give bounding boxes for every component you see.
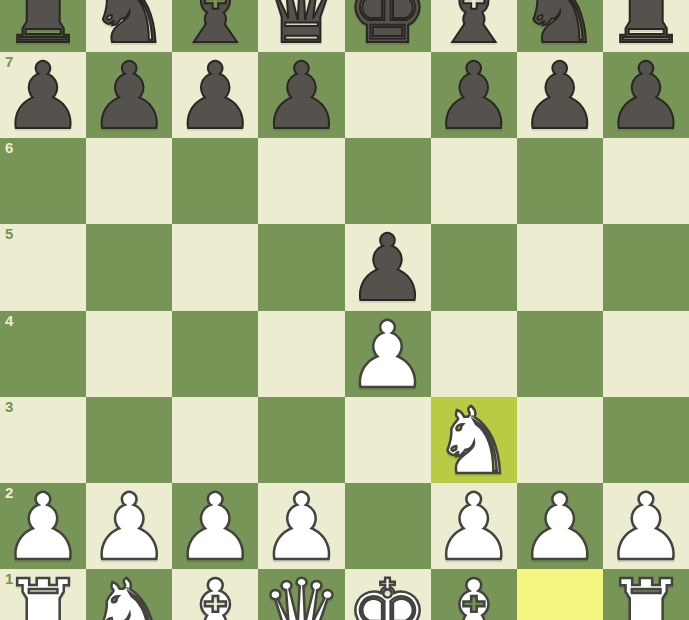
square-f3[interactable]: ♞ bbox=[431, 397, 517, 483]
square-g1[interactable] bbox=[517, 569, 603, 620]
square-c5[interactable] bbox=[172, 224, 258, 310]
square-b1[interactable]: ♞ bbox=[86, 569, 172, 620]
rank-label-3: 3 bbox=[5, 399, 13, 414]
piece-black-pawn-c7[interactable]: ♟ bbox=[174, 54, 256, 140]
square-b3[interactable] bbox=[86, 397, 172, 483]
square-g4[interactable] bbox=[517, 311, 603, 397]
square-d3[interactable] bbox=[258, 397, 344, 483]
square-c1[interactable]: ♝ bbox=[172, 569, 258, 620]
square-d5[interactable] bbox=[258, 224, 344, 310]
square-h3[interactable] bbox=[603, 397, 689, 483]
piece-black-pawn-b7[interactable]: ♟ bbox=[88, 54, 170, 140]
square-d1[interactable]: ♛ bbox=[258, 569, 344, 620]
rank-label-6: 6 bbox=[5, 140, 13, 155]
square-d4[interactable] bbox=[258, 311, 344, 397]
square-h5[interactable] bbox=[603, 224, 689, 310]
square-e8[interactable]: ♚ bbox=[345, 0, 431, 52]
square-b7[interactable]: ♟ bbox=[86, 52, 172, 138]
square-b6[interactable] bbox=[86, 138, 172, 224]
piece-black-pawn-h7[interactable]: ♟ bbox=[605, 54, 687, 140]
piece-white-king-e1[interactable]: ♚ bbox=[346, 571, 428, 620]
square-e1[interactable]: ♚ bbox=[345, 569, 431, 620]
piece-black-pawn-a7[interactable]: ♟ bbox=[2, 54, 84, 140]
square-f1[interactable]: ♝ bbox=[431, 569, 517, 620]
square-d7[interactable]: ♟ bbox=[258, 52, 344, 138]
square-e7[interactable] bbox=[345, 52, 431, 138]
piece-white-pawn-g2[interactable]: ♟ bbox=[519, 485, 601, 571]
piece-white-pawn-e4[interactable]: ♟ bbox=[346, 313, 428, 399]
piece-white-queen-d1[interactable]: ♛ bbox=[260, 571, 342, 620]
square-e6[interactable] bbox=[345, 138, 431, 224]
piece-white-pawn-d2[interactable]: ♟ bbox=[260, 485, 342, 571]
square-c4[interactable] bbox=[172, 311, 258, 397]
square-c2[interactable]: ♟ bbox=[172, 483, 258, 569]
square-c6[interactable] bbox=[172, 138, 258, 224]
rank-label-5: 5 bbox=[5, 226, 13, 241]
piece-white-knight-f3[interactable]: ♞ bbox=[432, 399, 514, 485]
chess-board-viewport: 8♜♞♝♛♚♝♞♜7♟♟♟♟♟♟♟65♟4♟3♞2♟♟♟♟♟♟♟1♜♞♝♛♚♝♜ bbox=[0, 0, 689, 620]
square-h4[interactable] bbox=[603, 311, 689, 397]
square-c3[interactable] bbox=[172, 397, 258, 483]
square-b5[interactable] bbox=[86, 224, 172, 310]
square-b4[interactable] bbox=[86, 311, 172, 397]
square-f2[interactable]: ♟ bbox=[431, 483, 517, 569]
square-b2[interactable]: ♟ bbox=[86, 483, 172, 569]
square-a3[interactable]: 3 bbox=[0, 397, 86, 483]
piece-black-pawn-g7[interactable]: ♟ bbox=[519, 54, 601, 140]
square-e3[interactable] bbox=[345, 397, 431, 483]
piece-black-pawn-d7[interactable]: ♟ bbox=[260, 54, 342, 140]
square-e5[interactable]: ♟ bbox=[345, 224, 431, 310]
piece-white-pawn-b2[interactable]: ♟ bbox=[88, 485, 170, 571]
square-g3[interactable] bbox=[517, 397, 603, 483]
piece-white-knight-b1[interactable]: ♞ bbox=[88, 571, 170, 620]
square-g2[interactable]: ♟ bbox=[517, 483, 603, 569]
square-h6[interactable] bbox=[603, 138, 689, 224]
piece-white-pawn-c2[interactable]: ♟ bbox=[174, 485, 256, 571]
piece-black-pawn-e5[interactable]: ♟ bbox=[346, 226, 428, 312]
piece-black-pawn-f7[interactable]: ♟ bbox=[432, 54, 514, 140]
square-e4[interactable]: ♟ bbox=[345, 311, 431, 397]
square-e2[interactable] bbox=[345, 483, 431, 569]
rank-label-4: 4 bbox=[5, 313, 13, 328]
square-a6[interactable]: 6 bbox=[0, 138, 86, 224]
square-h2[interactable]: ♟ bbox=[603, 483, 689, 569]
square-a1[interactable]: 1♜ bbox=[0, 569, 86, 620]
piece-white-bishop-c1[interactable]: ♝ bbox=[174, 571, 256, 620]
piece-white-rook-h1[interactable]: ♜ bbox=[605, 571, 687, 620]
square-g6[interactable] bbox=[517, 138, 603, 224]
chess-board: 8♜♞♝♛♚♝♞♜7♟♟♟♟♟♟♟65♟4♟3♞2♟♟♟♟♟♟♟1♜♞♝♛♚♝♜ bbox=[0, 0, 689, 620]
square-d2[interactable]: ♟ bbox=[258, 483, 344, 569]
square-f6[interactable] bbox=[431, 138, 517, 224]
square-a4[interactable]: 4 bbox=[0, 311, 86, 397]
square-c7[interactable]: ♟ bbox=[172, 52, 258, 138]
square-a7[interactable]: 7♟ bbox=[0, 52, 86, 138]
piece-white-pawn-f2[interactable]: ♟ bbox=[432, 485, 514, 571]
square-d6[interactable] bbox=[258, 138, 344, 224]
square-a5[interactable]: 5 bbox=[0, 224, 86, 310]
piece-white-pawn-h2[interactable]: ♟ bbox=[605, 485, 687, 571]
piece-white-pawn-a2[interactable]: ♟ bbox=[2, 485, 84, 571]
piece-white-bishop-f1[interactable]: ♝ bbox=[432, 571, 514, 620]
square-h7[interactable]: ♟ bbox=[603, 52, 689, 138]
square-a2[interactable]: 2♟ bbox=[0, 483, 86, 569]
piece-black-king-e8[interactable]: ♚ bbox=[346, 0, 428, 54]
piece-white-rook-a1[interactable]: ♜ bbox=[2, 571, 84, 620]
square-h1[interactable]: ♜ bbox=[603, 569, 689, 620]
square-g7[interactable]: ♟ bbox=[517, 52, 603, 138]
square-f5[interactable] bbox=[431, 224, 517, 310]
square-f7[interactable]: ♟ bbox=[431, 52, 517, 138]
square-f4[interactable] bbox=[431, 311, 517, 397]
square-g5[interactable] bbox=[517, 224, 603, 310]
